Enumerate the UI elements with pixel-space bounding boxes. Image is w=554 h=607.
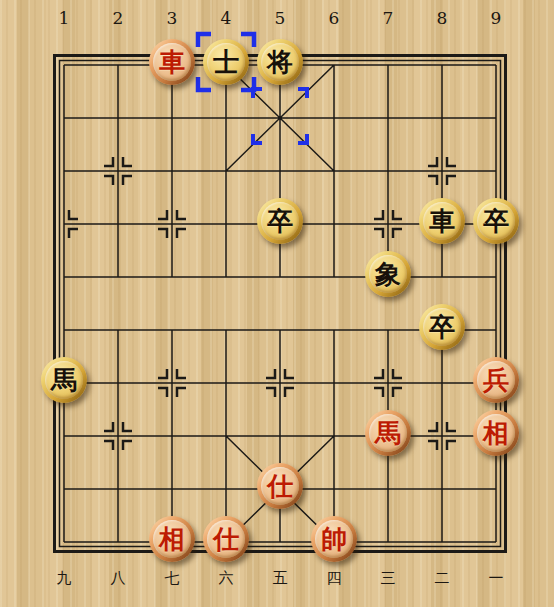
- red-advisor[interactable]: 仕: [203, 516, 249, 562]
- piece-character: 兵: [483, 367, 509, 393]
- piece-character: 士: [213, 49, 239, 75]
- red-soldier[interactable]: 兵: [473, 357, 519, 403]
- black-horse[interactable]: 馬: [41, 357, 87, 403]
- piece-character: 帥: [321, 526, 347, 552]
- black-chariot[interactable]: 車: [419, 198, 465, 244]
- pieces-layer: 車士将卒車卒象卒馬兵馬相仕相仕帥: [0, 0, 554, 607]
- piece-character: 仕: [267, 473, 293, 499]
- black-elephant[interactable]: 象: [365, 251, 411, 297]
- red-elephant[interactable]: 相: [149, 516, 195, 562]
- black-soldier[interactable]: 卒: [257, 198, 303, 244]
- red-elephant[interactable]: 相: [473, 410, 519, 456]
- piece-character: 馬: [51, 367, 77, 393]
- black-general[interactable]: 将: [257, 39, 303, 85]
- red-chariot[interactable]: 車: [149, 39, 195, 85]
- piece-character: 車: [429, 208, 455, 234]
- black-soldier[interactable]: 卒: [419, 304, 465, 350]
- red-horse[interactable]: 馬: [365, 410, 411, 456]
- piece-character: 相: [483, 420, 509, 446]
- piece-character: 将: [267, 49, 293, 75]
- red-general[interactable]: 帥: [311, 516, 357, 562]
- piece-character: 車: [159, 49, 185, 75]
- piece-character: 卒: [483, 208, 509, 234]
- black-soldier[interactable]: 卒: [473, 198, 519, 244]
- black-advisor[interactable]: 士: [203, 39, 249, 85]
- piece-character: 象: [375, 261, 401, 287]
- piece-character: 卒: [429, 314, 455, 340]
- piece-character: 仕: [213, 526, 239, 552]
- piece-character: 卒: [267, 208, 293, 234]
- piece-character: 馬: [375, 420, 401, 446]
- red-advisor[interactable]: 仕: [257, 463, 303, 509]
- piece-character: 相: [159, 526, 185, 552]
- xiangqi-board[interactable]: 123456789九八七六五四三二一 車士将卒車卒象卒馬兵馬相仕相仕帥: [0, 0, 554, 607]
